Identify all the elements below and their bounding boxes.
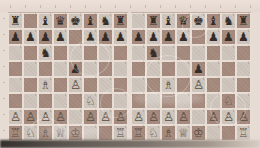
square-e6: 1: [191, 45, 206, 61]
square-b1: 1♘: [23, 125, 38, 141]
page-bottom-shadow: [0, 140, 260, 148]
corner-tick-mark: 1: [202, 93, 205, 97]
corner-tick-mark: 1: [124, 77, 127, 81]
black-pawn-b7: ♟: [23, 29, 38, 45]
corner-tick-mark: 1: [64, 61, 67, 65]
square-g5: 1: [98, 61, 113, 77]
square-g7: 1♟: [221, 29, 236, 45]
white-king-e1: ♔: [68, 125, 83, 141]
square-e3: 1: [68, 93, 83, 109]
corner-tick-mark: 1: [202, 109, 205, 113]
corner-tick-mark: 1: [202, 29, 205, 33]
corner-tick-mark: 1: [19, 77, 22, 81]
white-king-e1: ♔: [191, 125, 206, 141]
square-d5: 1: [176, 61, 191, 77]
square-h8: 1♜: [236, 13, 251, 29]
white-pawn-b2: ♙: [146, 109, 161, 125]
corner-tick-mark: 1: [187, 93, 190, 97]
square-d4: 1: [53, 77, 68, 93]
square-d7: 1♟: [53, 29, 68, 45]
white-pawn-c2: ♙: [38, 109, 53, 125]
white-pawn-h2: ♙: [236, 109, 251, 125]
square-g6: 1: [221, 45, 236, 61]
corner-tick-mark: 1: [247, 61, 250, 65]
square-g5: 1: [221, 61, 236, 77]
square-g3: 1♘: [221, 93, 236, 109]
square-a1: 1♖: [131, 125, 146, 141]
square-a3: 1: [131, 93, 146, 109]
square-d6: 1: [53, 45, 68, 61]
square-h6: 1: [236, 45, 251, 61]
square-a6: 1: [8, 45, 23, 61]
page-top-margin: [0, 0, 260, 12]
white-queen-d1: ♕: [176, 125, 191, 141]
square-c3: 1: [161, 93, 176, 109]
black-pawn-c7: ♟: [161, 29, 176, 45]
square-b5: 1: [23, 61, 38, 77]
corner-tick-mark: 1: [34, 45, 37, 49]
black-knight-b6: ♞: [146, 45, 161, 61]
square-g2: 1♙: [221, 109, 236, 125]
square-g8: 1♞: [98, 13, 113, 29]
black-pawn-f7: ♟: [206, 29, 221, 45]
corner-tick-mark: 1: [157, 93, 160, 97]
corner-tick-mark: 1: [142, 13, 145, 17]
corner-tick-mark: 1: [64, 77, 67, 81]
square-e4: 1♙: [191, 77, 206, 93]
square-c7: 1♟: [161, 29, 176, 45]
square-d2: 1♙: [176, 109, 191, 125]
square-e5: 1♟: [191, 61, 206, 77]
square-f5: 1: [83, 61, 98, 77]
square-a4: 1: [8, 77, 23, 93]
square-f4: 1: [83, 77, 98, 93]
square-f2: 1♙: [206, 109, 221, 125]
square-g8: 1♞: [221, 13, 236, 29]
square-c5: 1: [161, 61, 176, 77]
corner-tick-mark: 1: [142, 93, 145, 97]
black-knight-g8: ♞: [221, 13, 236, 29]
corner-tick-mark: 1: [217, 77, 220, 81]
square-d5: 1: [53, 61, 68, 77]
black-rook-a8: ♜: [8, 13, 23, 29]
square-e6: 1: [68, 45, 83, 61]
square-f3: 1♘: [83, 93, 98, 109]
square-a6: 1: [131, 45, 146, 61]
black-pawn-g7: ♟: [221, 29, 236, 45]
corner-tick-mark: 1: [232, 61, 235, 65]
white-pawn-e4: ♙: [191, 77, 206, 93]
corner-tick-mark: 1: [64, 93, 67, 97]
corner-tick-mark: 1: [217, 93, 220, 97]
square-b4: 1: [23, 77, 38, 93]
square-f3: 1: [206, 93, 221, 109]
black-king-e8: ♚: [191, 13, 206, 29]
black-pawn-h7: ♟: [113, 29, 128, 45]
white-bishop-c4: ♗: [161, 77, 176, 93]
square-e1: 1♔: [68, 125, 83, 141]
corner-tick-mark: 1: [109, 61, 112, 65]
square-h4: 1: [236, 77, 251, 93]
square-h7: 1♟: [236, 29, 251, 45]
square-f7: 1♟: [83, 29, 98, 45]
corner-tick-mark: 1: [157, 61, 160, 65]
square-e7: 1: [191, 29, 206, 45]
square-a5: 1: [131, 61, 146, 77]
square-h8: 1♜: [113, 13, 128, 29]
square-b8: 1: [23, 13, 38, 29]
white-knight-b1: ♘: [146, 125, 161, 141]
chess-board-left: 1♜11♝1♛1♚1♝1♞1♜1♟1♟1♟1♟11♟1♟1♟111♞111111…: [8, 12, 128, 141]
corner-tick-mark: 1: [34, 77, 37, 81]
square-b5: 1: [146, 61, 161, 77]
corner-tick-mark: 1: [142, 77, 145, 81]
corner-tick-mark: 1: [109, 125, 112, 129]
white-rook-h1: ♖: [236, 125, 251, 141]
corner-tick-mark: 1: [34, 13, 37, 17]
square-f6: 1: [83, 45, 98, 61]
square-c1: 1♗: [161, 125, 176, 141]
corner-tick-mark: 1: [232, 77, 235, 81]
corner-tick-mark: 1: [142, 45, 145, 49]
square-f2: 1♙: [83, 109, 98, 125]
square-e4: 1♙: [68, 77, 83, 93]
square-h1: 1♖: [113, 125, 128, 141]
square-c8: 1♝: [38, 13, 53, 29]
white-pawn-c2: ♙: [161, 109, 176, 125]
corner-tick-mark: 1: [94, 77, 97, 81]
square-b2: 1♙: [146, 109, 161, 125]
corner-tick-mark: 1: [247, 45, 250, 49]
corner-tick-mark: 1: [217, 61, 220, 65]
square-c6: 1♞: [38, 45, 53, 61]
square-c3: 1: [38, 93, 53, 109]
square-b4: 1: [146, 77, 161, 93]
corner-tick-mark: 1: [172, 61, 175, 65]
corner-tick-mark: 1: [109, 45, 112, 49]
square-h3: 1: [113, 93, 128, 109]
square-h5: 1: [113, 61, 128, 77]
black-pawn-a7: ♟: [131, 29, 146, 45]
black-rook-b8: ♜: [146, 13, 161, 29]
white-rook-a1: ♖: [131, 125, 146, 141]
white-pawn-a2: ♙: [131, 109, 146, 125]
white-bishop-c1: ♗: [161, 125, 176, 141]
black-pawn-a7: ♟: [8, 29, 23, 45]
black-rook-h8: ♜: [236, 13, 251, 29]
black-pawn-g7: ♟: [98, 29, 113, 45]
black-queen-d8: ♛: [53, 13, 68, 29]
corner-tick-mark: 1: [79, 109, 82, 113]
white-pawn-g2: ♙: [221, 109, 236, 125]
black-pawn-e5: ♟: [191, 61, 206, 77]
square-b6: 1♞: [146, 45, 161, 61]
square-c4: 1♗: [161, 77, 176, 93]
square-e7: 1: [68, 29, 83, 45]
white-knight-b1: ♘: [23, 125, 38, 141]
white-bishop-c4: ♗: [38, 77, 53, 93]
square-b3: 1: [23, 93, 38, 109]
square-a5: 1: [8, 61, 23, 77]
square-e8: 1♚: [68, 13, 83, 29]
corner-tick-mark: 1: [187, 61, 190, 65]
square-d1: 1♕: [176, 125, 191, 141]
white-rook-h1: ♖: [113, 125, 128, 141]
square-h2: 1♙: [236, 109, 251, 125]
square-g4: 1: [221, 77, 236, 93]
square-g1: 1: [221, 125, 236, 141]
white-pawn-f2: ♙: [206, 109, 221, 125]
square-g1: 1: [98, 125, 113, 141]
square-b6: 1: [23, 45, 38, 61]
white-pawn-d2: ♙: [53, 109, 68, 125]
square-c5: 1: [38, 61, 53, 77]
square-g4: 1: [98, 77, 113, 93]
white-pawn-f2: ♙: [83, 109, 98, 125]
corner-tick-mark: 1: [79, 93, 82, 97]
white-knight-g3: ♘: [221, 93, 236, 109]
square-b8: 1♜: [146, 13, 161, 29]
square-c2: 1♙: [38, 109, 53, 125]
square-a2: 1♙: [131, 109, 146, 125]
page-left-margin: [0, 12, 8, 140]
white-pawn-d2: ♙: [176, 109, 191, 125]
square-a8: 1♜: [8, 13, 23, 29]
square-f5: 1: [206, 61, 221, 77]
corner-tick-mark: 1: [124, 93, 127, 97]
square-h3: 1: [236, 93, 251, 109]
square-c6: 1: [161, 45, 176, 61]
square-d3: 1: [53, 93, 68, 109]
square-e2: 1: [68, 109, 83, 125]
corner-tick-mark: 1: [124, 61, 127, 65]
square-f8: 1♝: [206, 13, 221, 29]
corner-tick-mark: 1: [79, 29, 82, 33]
white-pawn-g2: ♙: [98, 109, 113, 125]
black-bishop-c8: ♝: [38, 13, 53, 29]
square-c7: 1♟: [38, 29, 53, 45]
square-h1: 1♖: [236, 125, 251, 141]
black-pawn-e5: ♟: [68, 61, 83, 77]
square-g3: 1: [98, 93, 113, 109]
black-queen-d8: ♛: [176, 13, 191, 29]
corner-tick-mark: 1: [19, 93, 22, 97]
square-f1: 1: [206, 125, 221, 141]
black-pawn-h7: ♟: [236, 29, 251, 45]
square-e2: 1: [191, 109, 206, 125]
black-pawn-d7: ♟: [176, 29, 191, 45]
corner-tick-mark: 1: [187, 77, 190, 81]
corner-tick-mark: 1: [109, 93, 112, 97]
corner-tick-mark: 1: [19, 61, 22, 65]
black-bishop-c8: ♝: [161, 13, 176, 29]
corner-tick-mark: 1: [94, 125, 97, 129]
square-c1: 1♗: [38, 125, 53, 141]
square-d2: 1♙: [53, 109, 68, 125]
square-g2: 1♙: [98, 109, 113, 125]
black-pawn-d7: ♟: [53, 29, 68, 45]
square-a7: 1♟: [131, 29, 146, 45]
corner-tick-mark: 1: [49, 61, 52, 65]
square-d3: 1: [176, 93, 191, 109]
square-d4: 1: [176, 77, 191, 93]
square-f7: 1♟: [206, 29, 221, 45]
square-h2: 1♙: [113, 109, 128, 125]
square-b3: 1: [146, 93, 161, 109]
black-pawn-b7: ♟: [146, 29, 161, 45]
corner-tick-mark: 1: [94, 45, 97, 49]
square-a4: 1: [131, 77, 146, 93]
white-queen-d1: ♕: [53, 125, 68, 141]
square-h4: 1: [113, 77, 128, 93]
square-g7: 1♟: [98, 29, 113, 45]
square-b1: 1♘: [146, 125, 161, 141]
corner-tick-mark: 1: [202, 45, 205, 49]
black-pawn-f7: ♟: [83, 29, 98, 45]
white-pawn-h2: ♙: [113, 109, 128, 125]
square-e3: 1: [191, 93, 206, 109]
corner-tick-mark: 1: [172, 93, 175, 97]
square-c2: 1♙: [161, 109, 176, 125]
square-h5: 1: [236, 61, 251, 77]
square-b7: 1♟: [23, 29, 38, 45]
white-pawn-e4: ♙: [68, 77, 83, 93]
corner-tick-mark: 1: [247, 77, 250, 81]
square-e5: 1♟: [68, 61, 83, 77]
corner-tick-mark: 1: [217, 45, 220, 49]
scanned-page: 1♜11♝1♛1♚1♝1♞1♜1♟1♟1♟1♟11♟1♟1♟111♞111111…: [0, 0, 260, 148]
black-king-e8: ♚: [68, 13, 83, 29]
corner-tick-mark: 1: [124, 45, 127, 49]
black-bishop-f8: ♝: [206, 13, 221, 29]
corner-tick-mark: 1: [19, 45, 22, 49]
black-knight-c6: ♞: [38, 45, 53, 61]
corner-tick-mark: 1: [142, 61, 145, 65]
square-a3: 1: [8, 93, 23, 109]
square-e1: 1♔: [191, 125, 206, 141]
corner-tick-mark: 1: [94, 61, 97, 65]
corner-tick-mark: 1: [109, 77, 112, 81]
corner-tick-mark: 1: [232, 125, 235, 129]
square-d8: 1♛: [53, 13, 68, 29]
white-knight-f3: ♘: [83, 93, 98, 109]
square-f4: 1: [206, 77, 221, 93]
square-a1: 1♖: [8, 125, 23, 141]
square-f6: 1: [206, 45, 221, 61]
square-b7: 1♟: [146, 29, 161, 45]
square-c8: 1♝: [161, 13, 176, 29]
square-a2: 1♙: [8, 109, 23, 125]
square-h6: 1: [113, 45, 128, 61]
white-rook-a1: ♖: [8, 125, 23, 141]
black-pawn-c7: ♟: [38, 29, 53, 45]
corner-tick-mark: 1: [34, 93, 37, 97]
square-h7: 1♟: [113, 29, 128, 45]
square-b2: 1♙: [23, 109, 38, 125]
corner-tick-mark: 1: [217, 125, 220, 129]
corner-tick-mark: 1: [247, 93, 250, 97]
square-f8: 1♝: [83, 13, 98, 29]
white-pawn-a2: ♙: [8, 109, 23, 125]
corner-tick-mark: 1: [49, 93, 52, 97]
corner-tick-mark: 1: [232, 45, 235, 49]
square-d1: 1♕: [53, 125, 68, 141]
square-c4: 1♗: [38, 77, 53, 93]
square-f1: 1: [83, 125, 98, 141]
corner-tick-mark: 1: [157, 77, 160, 81]
black-knight-g8: ♞: [98, 13, 113, 29]
corner-tick-mark: 1: [172, 45, 175, 49]
square-a8: 1: [131, 13, 146, 29]
square-g6: 1: [98, 45, 113, 61]
black-rook-h8: ♜: [113, 13, 128, 29]
square-e8: 1♚: [191, 13, 206, 29]
black-bishop-f8: ♝: [83, 13, 98, 29]
corner-tick-mark: 1: [79, 45, 82, 49]
square-d8: 1♛: [176, 13, 191, 29]
square-d7: 1♟: [176, 29, 191, 45]
square-d6: 1: [176, 45, 191, 61]
corner-tick-mark: 1: [187, 45, 190, 49]
white-pawn-b2: ♙: [23, 109, 38, 125]
corner-tick-mark: 1: [34, 61, 37, 65]
square-a7: 1♟: [8, 29, 23, 45]
chess-board-right: 11♜1♝1♛1♚1♝1♞1♜1♟1♟1♟1♟11♟1♟1♟11♞1111111…: [131, 12, 251, 141]
white-bishop-c1: ♗: [38, 125, 53, 141]
corner-tick-mark: 1: [64, 45, 67, 49]
